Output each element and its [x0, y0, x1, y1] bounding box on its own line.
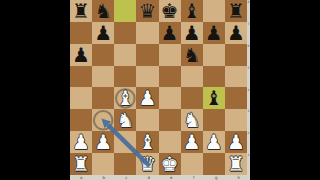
square-h8[interactable]: ♜	[225, 0, 247, 22]
rank-label-5: 5	[247, 66, 250, 88]
black-queen[interactable]: ♛	[138, 0, 156, 22]
square-d5[interactable]	[136, 66, 158, 87]
square-e2[interactable]	[159, 131, 181, 153]
rank-label-2: 2	[247, 131, 250, 153]
square-d3[interactable]	[136, 109, 158, 131]
file-label-b: b	[93, 175, 116, 180]
screenshot-root: { "game": "chess", "position": { "fen": …	[0, 0, 320, 180]
black-pawn[interactable]: ♟	[205, 22, 223, 44]
square-g2[interactable]: ♟	[203, 131, 225, 153]
file-label-c: c	[115, 175, 138, 180]
square-g4[interactable]: ♝	[203, 87, 225, 109]
square-e6[interactable]	[159, 44, 181, 66]
rank-labels: 87654321	[247, 0, 250, 175]
square-c7[interactable]	[114, 22, 136, 44]
square-b2[interactable]: ♟	[92, 131, 114, 153]
square-b3[interactable]	[92, 109, 114, 131]
white-bishop[interactable]: ♝	[138, 131, 156, 153]
square-e3[interactable]	[159, 109, 181, 131]
chess-board: ♜♞♛♚♝♜♟♟♟♟♟♟♞♝♟♝♞♞♟♟♝♟♟♟♜♛♚♜ 87654321 ab…	[70, 0, 250, 180]
square-f3[interactable]: ♞	[181, 109, 203, 131]
black-bishop[interactable]: ♝	[183, 0, 201, 22]
square-c5[interactable]	[114, 66, 136, 87]
white-pawn[interactable]: ♟	[138, 87, 156, 109]
rank-label-4: 4	[247, 88, 250, 110]
square-c4[interactable]: ♝	[114, 87, 136, 109]
white-king[interactable]: ♚	[161, 153, 179, 175]
square-h6[interactable]	[225, 44, 247, 66]
square-d7[interactable]	[136, 22, 158, 44]
square-g6[interactable]	[203, 44, 225, 66]
white-pawn[interactable]: ♟	[72, 131, 90, 153]
square-f7[interactable]: ♟	[181, 22, 203, 44]
black-pawn[interactable]: ♟	[72, 44, 90, 66]
square-e8[interactable]: ♚	[159, 0, 181, 22]
square-f5[interactable]	[181, 66, 203, 87]
square-d8[interactable]: ♛	[136, 0, 158, 22]
white-pawn[interactable]: ♟	[94, 131, 112, 153]
square-a3[interactable]	[70, 109, 92, 131]
white-rook[interactable]: ♜	[227, 153, 245, 175]
black-knight[interactable]: ♞	[94, 0, 112, 22]
square-a6[interactable]: ♟	[70, 44, 92, 66]
file-label-g: g	[205, 175, 228, 180]
square-d1[interactable]: ♛	[136, 153, 158, 175]
letterbox-right	[250, 0, 320, 180]
square-f1[interactable]	[181, 153, 203, 175]
black-pawn[interactable]: ♟	[183, 22, 201, 44]
rank-label-7: 7	[247, 22, 250, 44]
square-h2[interactable]: ♟	[225, 131, 247, 153]
rank-label-3: 3	[247, 109, 250, 131]
square-b6[interactable]	[92, 44, 114, 66]
square-c2[interactable]	[114, 131, 136, 153]
square-c1[interactable]	[114, 153, 136, 175]
white-bishop[interactable]: ♝	[116, 87, 134, 109]
square-a7[interactable]	[70, 22, 92, 44]
square-f6[interactable]: ♞	[181, 44, 203, 66]
square-f2[interactable]: ♟	[181, 131, 203, 153]
square-a1[interactable]: ♜	[70, 153, 92, 175]
letterbox-left	[0, 0, 70, 180]
file-label-f: f	[183, 175, 206, 180]
square-e1[interactable]: ♚	[159, 153, 181, 175]
white-knight[interactable]: ♞	[116, 109, 134, 131]
white-queen[interactable]: ♛	[138, 153, 156, 175]
black-rook[interactable]: ♜	[227, 0, 245, 22]
square-b5[interactable]	[92, 66, 114, 87]
white-pawn[interactable]: ♟	[183, 131, 201, 153]
square-e7[interactable]: ♟	[159, 22, 181, 44]
square-b4[interactable]	[92, 87, 114, 109]
white-pawn[interactable]: ♟	[205, 131, 223, 153]
white-rook[interactable]: ♜	[72, 153, 90, 175]
square-h1[interactable]: ♜	[225, 153, 247, 175]
square-a2[interactable]: ♟	[70, 131, 92, 153]
rank-label-1: 1	[247, 153, 250, 175]
black-pawn[interactable]: ♟	[227, 22, 245, 44]
square-f8[interactable]: ♝	[181, 0, 203, 22]
black-pawn[interactable]: ♟	[161, 22, 179, 44]
square-d6[interactable]	[136, 44, 158, 66]
square-c6[interactable]	[114, 44, 136, 66]
black-king[interactable]: ♚	[161, 0, 179, 22]
square-e5[interactable]	[159, 66, 181, 87]
white-knight[interactable]: ♞	[183, 109, 201, 131]
square-b7[interactable]: ♟	[92, 22, 114, 44]
square-g5[interactable]	[203, 66, 225, 87]
square-g3[interactable]	[203, 109, 225, 131]
square-h3[interactable]	[225, 109, 247, 131]
square-b8[interactable]: ♞	[92, 0, 114, 22]
square-f4[interactable]	[181, 87, 203, 109]
black-bishop[interactable]: ♝	[205, 87, 223, 109]
square-a4[interactable]	[70, 87, 92, 109]
square-d2[interactable]: ♝	[136, 131, 158, 153]
square-b1[interactable]	[92, 153, 114, 175]
square-h5[interactable]	[225, 66, 247, 87]
square-c8[interactable]	[114, 0, 136, 22]
board-grid: ♜♞♛♚♝♜♟♟♟♟♟♟♞♝♟♝♞♞♟♟♝♟♟♟♜♛♚♜	[70, 0, 247, 175]
rank-label-6: 6	[247, 44, 250, 66]
black-rook[interactable]: ♜	[72, 0, 90, 22]
square-e4[interactable]	[159, 87, 181, 109]
square-c3[interactable]: ♞	[114, 109, 136, 131]
black-knight[interactable]: ♞	[183, 44, 201, 66]
square-g1[interactable]	[203, 153, 225, 175]
square-h7[interactable]: ♟	[225, 22, 247, 44]
square-h4[interactable]	[225, 87, 247, 109]
square-a8[interactable]: ♜	[70, 0, 92, 22]
rank-label-8: 8	[247, 0, 250, 22]
black-pawn[interactable]: ♟	[94, 22, 112, 44]
white-pawn[interactable]: ♟	[227, 131, 245, 153]
square-g7[interactable]: ♟	[203, 22, 225, 44]
square-g8[interactable]	[203, 0, 225, 22]
square-d4[interactable]: ♟	[136, 87, 158, 109]
square-a5[interactable]	[70, 66, 92, 87]
file-labels: abcdefgh	[70, 175, 250, 180]
